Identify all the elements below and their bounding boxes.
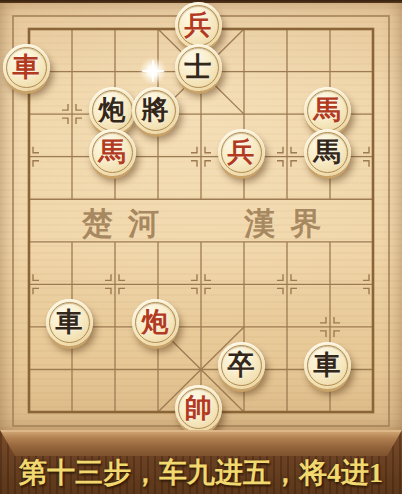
piece-black-soldier[interactable]: 卒 — [218, 342, 265, 389]
piece-red-cannon[interactable]: 炮 — [132, 299, 179, 346]
xiangqi-app: 楚河 漢界 兵車士炮將馬馬兵馬車炮卒車帥 第十三步，车九进五，将4进1 — [0, 0, 402, 494]
piece-red-soldier[interactable]: 兵 — [175, 2, 222, 49]
piece-black-cannon[interactable]: 炮 — [89, 87, 136, 134]
piece-red-chariot[interactable]: 車 — [3, 44, 50, 91]
river-label-right: 漢界 — [243, 206, 336, 241]
piece-black-advisor[interactable]: 士 — [175, 44, 222, 91]
board-front-edge — [0, 430, 402, 456]
piece-red-horse[interactable]: 馬 — [304, 87, 351, 134]
piece-black-chariot[interactable]: 車 — [46, 299, 93, 346]
piece-black-general[interactable]: 將 — [132, 87, 179, 134]
piece-black-horse[interactable]: 馬 — [304, 129, 351, 176]
piece-black-chariot[interactable]: 車 — [304, 342, 351, 389]
river-label-left: 楚河 — [81, 206, 174, 241]
piece-red-horse[interactable]: 馬 — [89, 129, 136, 176]
piece-red-general[interactable]: 帥 — [175, 385, 222, 432]
piece-red-soldier[interactable]: 兵 — [218, 129, 265, 176]
move-caption: 第十三步，车九进五，将4进1 — [0, 454, 402, 492]
